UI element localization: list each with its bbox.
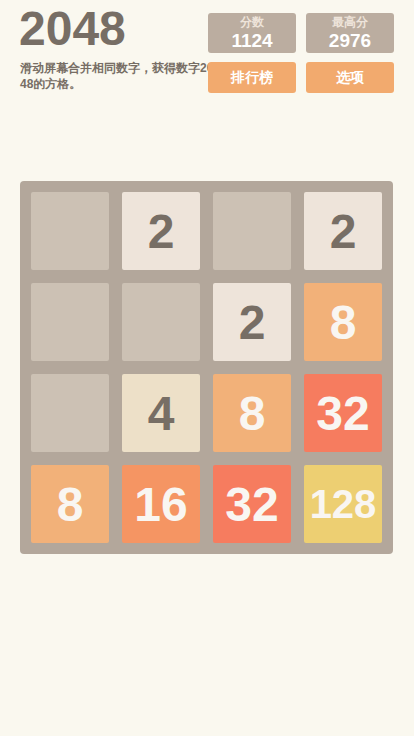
score-label: 分数 <box>240 15 264 30</box>
instructions-line2: 48的方格。 <box>20 76 220 92</box>
tile-16-r4c2: 16 <box>122 465 200 543</box>
tile-32-r3c4: 32 <box>304 374 382 452</box>
tile-2-r2c3: 2 <box>213 283 291 361</box>
tile-8-r2c4: 8 <box>304 283 382 361</box>
tile-2-r1c2: 2 <box>122 192 200 270</box>
scoreboard: 分数 1124 最高分 2976 <box>208 13 394 53</box>
best-score-box: 最高分 2976 <box>306 13 394 53</box>
tile-8-r3c3: 8 <box>213 374 291 452</box>
tile-2-r1c4: 2 <box>304 192 382 270</box>
tile-4-r3c2: 4 <box>122 374 200 452</box>
empty-cell-r1c1 <box>31 192 109 270</box>
app-title: 2048 <box>19 4 126 54</box>
empty-cell-r2c2 <box>122 283 200 361</box>
empty-cell-r3c1 <box>31 374 109 452</box>
empty-cell-r1c3 <box>213 192 291 270</box>
options-button[interactable]: 选项 <box>306 62 394 93</box>
score-value: 1124 <box>231 30 272 51</box>
tile-128-r4c4: 128 <box>304 465 382 543</box>
tile-32-r4c3: 32 <box>213 465 291 543</box>
instructions: 滑动屏幕合并相同数字，获得数字20 48的方格。 <box>20 60 220 92</box>
empty-cell-r2c1 <box>31 283 109 361</box>
tile-8-r4c1: 8 <box>31 465 109 543</box>
game-board[interactable]: 2228483281632128 <box>20 181 393 554</box>
best-score-label: 最高分 <box>332 15 368 30</box>
leaderboard-button[interactable]: 排行榜 <box>208 62 296 93</box>
instructions-line1: 滑动屏幕合并相同数字，获得数字20 <box>20 60 220 76</box>
action-buttons: 排行榜 选项 <box>208 62 394 93</box>
score-box: 分数 1124 <box>208 13 296 53</box>
best-score-value: 2976 <box>329 30 371 51</box>
